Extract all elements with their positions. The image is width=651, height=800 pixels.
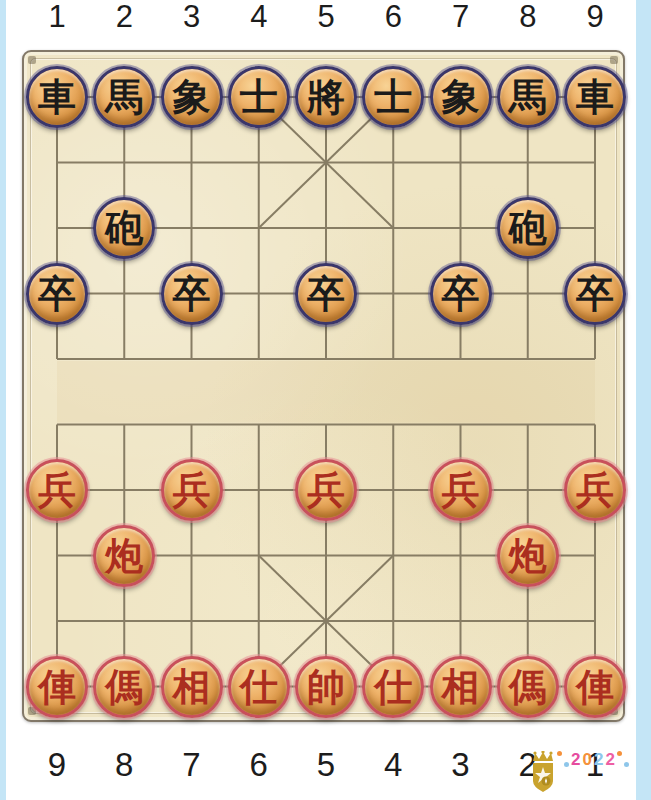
piece-red-cannon[interactable]: 炮 bbox=[497, 525, 559, 587]
piece-red-advisor[interactable]: 仕 bbox=[362, 656, 424, 718]
bottom-coordinate-6: 6 bbox=[250, 742, 268, 788]
bottom-coordinate-5: 5 bbox=[317, 742, 335, 788]
top-coordinate-6: 6 bbox=[385, 0, 402, 35]
bottom-coordinate-8: 8 bbox=[115, 742, 133, 788]
piece-glyph: 將 bbox=[307, 78, 345, 116]
piece-glyph: 兵 bbox=[307, 471, 345, 509]
piece-red-chariot[interactable]: 俥 bbox=[564, 656, 626, 718]
piece-red-soldier[interactable]: 兵 bbox=[295, 459, 357, 521]
piece-glyph: 兵 bbox=[38, 471, 76, 509]
piece-black-horse[interactable]: 馬 bbox=[497, 66, 559, 128]
piece-glyph: 兵 bbox=[576, 471, 614, 509]
piece-glyph: 炮 bbox=[105, 537, 143, 575]
piece-black-elephant[interactable]: 象 bbox=[430, 66, 492, 128]
bottom-coordinate-9: 9 bbox=[48, 742, 66, 788]
piece-glyph: 卒 bbox=[38, 275, 76, 313]
right-blue-strip bbox=[636, 0, 651, 800]
piece-black-advisor[interactable]: 士 bbox=[362, 66, 424, 128]
piece-black-advisor[interactable]: 士 bbox=[228, 66, 290, 128]
piece-red-elephant[interactable]: 相 bbox=[430, 656, 492, 718]
bottom-coordinate-2: 2 bbox=[519, 742, 537, 788]
top-coordinates: 123456789 bbox=[0, 0, 651, 35]
xiangqi-board[interactable]: 車馬象士將士象馬車砲砲卒卒卒卒卒兵兵兵兵兵炮炮俥傌相仕帥仕相傌俥 bbox=[22, 50, 625, 722]
bottom-coordinates: 987654321 bbox=[0, 742, 651, 788]
piece-black-cannon[interactable]: 砲 bbox=[93, 197, 155, 259]
piece-glyph: 砲 bbox=[509, 209, 547, 247]
piece-glyph: 卒 bbox=[173, 275, 211, 313]
piece-glyph: 卒 bbox=[442, 275, 480, 313]
piece-glyph: 相 bbox=[173, 668, 211, 706]
top-coordinate-1: 1 bbox=[48, 0, 65, 35]
piece-glyph: 卒 bbox=[576, 275, 614, 313]
piece-black-soldier[interactable]: 卒 bbox=[295, 263, 357, 325]
top-coordinate-3: 3 bbox=[183, 0, 200, 35]
piece-glyph: 象 bbox=[442, 78, 480, 116]
piece-glyph: 兵 bbox=[442, 471, 480, 509]
piece-red-general[interactable]: 帥 bbox=[295, 656, 357, 718]
top-coordinate-7: 7 bbox=[452, 0, 469, 35]
piece-glyph: 相 bbox=[442, 668, 480, 706]
bottom-coordinate-3: 3 bbox=[451, 742, 469, 788]
piece-black-cannon[interactable]: 砲 bbox=[497, 197, 559, 259]
piece-red-elephant[interactable]: 相 bbox=[161, 656, 223, 718]
piece-red-cannon[interactable]: 炮 bbox=[93, 525, 155, 587]
piece-glyph: 俥 bbox=[38, 668, 76, 706]
board-grid bbox=[24, 52, 623, 720]
piece-glyph: 卒 bbox=[307, 275, 345, 313]
piece-red-chariot[interactable]: 俥 bbox=[26, 656, 88, 718]
left-blue-strip bbox=[0, 0, 6, 800]
piece-glyph: 士 bbox=[240, 78, 278, 116]
piece-black-chariot[interactable]: 車 bbox=[26, 66, 88, 128]
bottom-coordinate-1: 1 bbox=[586, 742, 604, 788]
top-coordinate-2: 2 bbox=[116, 0, 133, 35]
piece-glyph: 車 bbox=[576, 78, 614, 116]
top-coordinate-5: 5 bbox=[317, 0, 334, 35]
bottom-coordinate-7: 7 bbox=[182, 742, 200, 788]
piece-glyph: 車 bbox=[38, 78, 76, 116]
piece-red-horse[interactable]: 傌 bbox=[93, 656, 155, 718]
corner-ornament bbox=[610, 56, 618, 64]
piece-black-soldier[interactable]: 卒 bbox=[564, 263, 626, 325]
piece-glyph: 馬 bbox=[509, 78, 547, 116]
piece-red-soldier[interactable]: 兵 bbox=[430, 459, 492, 521]
piece-black-chariot[interactable]: 車 bbox=[564, 66, 626, 128]
piece-glyph: 帥 bbox=[307, 668, 345, 706]
piece-red-soldier[interactable]: 兵 bbox=[161, 459, 223, 521]
top-coordinate-8: 8 bbox=[519, 0, 536, 35]
piece-black-horse[interactable]: 馬 bbox=[93, 66, 155, 128]
piece-black-soldier[interactable]: 卒 bbox=[430, 263, 492, 325]
piece-black-general[interactable]: 將 bbox=[295, 66, 357, 128]
piece-red-advisor[interactable]: 仕 bbox=[228, 656, 290, 718]
piece-glyph: 砲 bbox=[105, 209, 143, 247]
piece-glyph: 炮 bbox=[509, 537, 547, 575]
piece-glyph: 傌 bbox=[509, 668, 547, 706]
piece-glyph: 馬 bbox=[105, 78, 143, 116]
piece-red-soldier[interactable]: 兵 bbox=[26, 459, 88, 521]
piece-red-horse[interactable]: 傌 bbox=[497, 656, 559, 718]
piece-glyph: 兵 bbox=[173, 471, 211, 509]
piece-glyph: 俥 bbox=[576, 668, 614, 706]
piece-glyph: 象 bbox=[173, 78, 211, 116]
piece-black-soldier[interactable]: 卒 bbox=[161, 263, 223, 325]
piece-glyph: 傌 bbox=[105, 668, 143, 706]
top-coordinate-4: 4 bbox=[250, 0, 267, 35]
bottom-coordinate-4: 4 bbox=[384, 742, 402, 788]
piece-red-soldier[interactable]: 兵 bbox=[564, 459, 626, 521]
piece-glyph: 士 bbox=[374, 78, 412, 116]
corner-ornament bbox=[28, 56, 36, 64]
piece-glyph: 仕 bbox=[240, 668, 278, 706]
piece-black-elephant[interactable]: 象 bbox=[161, 66, 223, 128]
piece-glyph: 仕 bbox=[374, 668, 412, 706]
top-coordinate-9: 9 bbox=[586, 0, 603, 35]
piece-black-soldier[interactable]: 卒 bbox=[26, 263, 88, 325]
